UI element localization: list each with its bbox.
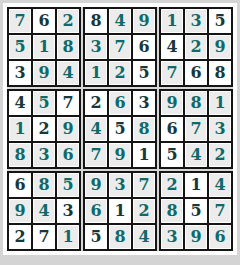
sudoku-box-1-3: 135429768 [159, 7, 233, 87]
cell-r8c8[interactable]: 5 [185, 199, 207, 223]
cell-r4c8[interactable]: 8 [185, 91, 207, 115]
cell-r2c6[interactable]: 6 [133, 35, 155, 59]
cell-r8c6[interactable]: 2 [133, 199, 155, 223]
cell-r1c2[interactable]: 6 [33, 9, 55, 33]
cell-r5c2[interactable]: 2 [33, 117, 55, 141]
cell-r9c6[interactable]: 4 [133, 225, 155, 249]
cell-r7c7[interactable]: 2 [161, 173, 183, 197]
cell-r9c7[interactable]: 3 [161, 225, 183, 249]
cell-r5c9[interactable]: 3 [209, 117, 231, 141]
cell-r6c6[interactable]: 1 [133, 143, 155, 167]
cell-r2c1[interactable]: 5 [9, 35, 31, 59]
cell-r2c7[interactable]: 4 [161, 35, 183, 59]
cell-r5c4[interactable]: 4 [85, 117, 107, 141]
cell-r9c5[interactable]: 8 [109, 225, 131, 249]
cell-r2c5[interactable]: 7 [109, 35, 131, 59]
cell-r5c6[interactable]: 8 [133, 117, 155, 141]
cell-r4c4[interactable]: 2 [85, 91, 107, 115]
cell-r1c3[interactable]: 2 [57, 9, 79, 33]
cell-r7c6[interactable]: 7 [133, 173, 155, 197]
cell-r6c4[interactable]: 7 [85, 143, 107, 167]
cell-r3c8[interactable]: 6 [185, 61, 207, 85]
cell-r7c1[interactable]: 6 [9, 173, 31, 197]
cell-r9c2[interactable]: 7 [33, 225, 55, 249]
cell-r9c9[interactable]: 6 [209, 225, 231, 249]
cell-r1c1[interactable]: 7 [9, 9, 31, 33]
cell-r5c3[interactable]: 9 [57, 117, 79, 141]
sudoku-box-2-1: 457129836 [7, 89, 81, 169]
cell-r8c9[interactable]: 7 [209, 199, 231, 223]
cell-r4c2[interactable]: 5 [33, 91, 55, 115]
cell-r8c2[interactable]: 4 [33, 199, 55, 223]
cell-r2c9[interactable]: 9 [209, 35, 231, 59]
cell-r1c4[interactable]: 8 [85, 9, 107, 33]
cell-r9c3[interactable]: 1 [57, 225, 79, 249]
cell-r8c4[interactable]: 6 [85, 199, 107, 223]
cell-r5c8[interactable]: 7 [185, 117, 207, 141]
cell-r7c9[interactable]: 4 [209, 173, 231, 197]
sudoku-box-1-2: 849376125 [83, 7, 157, 87]
sudoku-box-2-3: 981673542 [159, 89, 233, 169]
sudoku-grid: 7625183948493761251354297684571298362634… [7, 7, 233, 251]
cell-r3c7[interactable]: 7 [161, 61, 183, 85]
cell-r3c5[interactable]: 2 [109, 61, 131, 85]
cell-r6c1[interactable]: 8 [9, 143, 31, 167]
cell-r9c8[interactable]: 9 [185, 225, 207, 249]
cell-r1c6[interactable]: 9 [133, 9, 155, 33]
cell-r6c8[interactable]: 4 [185, 143, 207, 167]
cell-r7c2[interactable]: 8 [33, 173, 55, 197]
cell-r1c5[interactable]: 4 [109, 9, 131, 33]
sudoku-box-3-2: 937612584 [83, 171, 157, 251]
cell-r2c2[interactable]: 1 [33, 35, 55, 59]
sudoku-box-2-2: 263458791 [83, 89, 157, 169]
cell-r8c1[interactable]: 9 [9, 199, 31, 223]
sudoku-box-3-1: 685943271 [7, 171, 81, 251]
cell-r5c5[interactable]: 5 [109, 117, 131, 141]
cell-r4c7[interactable]: 9 [161, 91, 183, 115]
cell-r6c7[interactable]: 5 [161, 143, 183, 167]
cell-r7c5[interactable]: 3 [109, 173, 131, 197]
cell-r6c9[interactable]: 2 [209, 143, 231, 167]
cell-r3c9[interactable]: 8 [209, 61, 231, 85]
sudoku-box-1-1: 762518394 [7, 7, 81, 87]
cell-r2c8[interactable]: 2 [185, 35, 207, 59]
cell-r4c3[interactable]: 7 [57, 91, 79, 115]
cell-r1c9[interactable]: 5 [209, 9, 231, 33]
cell-r1c8[interactable]: 3 [185, 9, 207, 33]
sudoku-board: 7625183948493761251354297684571298362634… [3, 3, 237, 255]
cell-r8c7[interactable]: 8 [161, 199, 183, 223]
cell-r3c3[interactable]: 4 [57, 61, 79, 85]
cell-r7c8[interactable]: 1 [185, 173, 207, 197]
cell-r1c7[interactable]: 1 [161, 9, 183, 33]
cell-r3c2[interactable]: 9 [33, 61, 55, 85]
cell-r6c3[interactable]: 6 [57, 143, 79, 167]
cell-r4c5[interactable]: 6 [109, 91, 131, 115]
cell-r6c5[interactable]: 9 [109, 143, 131, 167]
cell-r3c1[interactable]: 3 [9, 61, 31, 85]
cell-r7c4[interactable]: 9 [85, 173, 107, 197]
cell-r7c3[interactable]: 5 [57, 173, 79, 197]
cell-r6c2[interactable]: 3 [33, 143, 55, 167]
cell-r8c3[interactable]: 3 [57, 199, 79, 223]
cell-r8c5[interactable]: 1 [109, 199, 131, 223]
cell-r5c7[interactable]: 6 [161, 117, 183, 141]
cell-r3c6[interactable]: 5 [133, 61, 155, 85]
cell-r9c1[interactable]: 2 [9, 225, 31, 249]
cell-r4c6[interactable]: 3 [133, 91, 155, 115]
cell-r4c1[interactable]: 4 [9, 91, 31, 115]
cell-r4c9[interactable]: 1 [209, 91, 231, 115]
cell-r2c4[interactable]: 3 [85, 35, 107, 59]
sudoku-box-3-3: 214857396 [159, 171, 233, 251]
cell-r9c4[interactable]: 5 [85, 225, 107, 249]
cell-r3c4[interactable]: 1 [85, 61, 107, 85]
cell-r2c3[interactable]: 8 [57, 35, 79, 59]
cell-r5c1[interactable]: 1 [9, 117, 31, 141]
page: { "game": "sudoku", "position": { "notat… [0, 0, 240, 265]
